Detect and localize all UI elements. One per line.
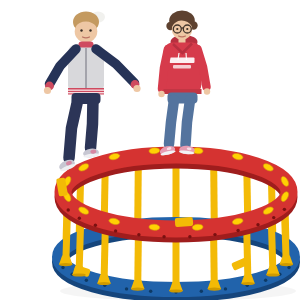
ring-hole-red — [78, 216, 81, 219]
post-base-seam — [169, 289, 183, 292]
ring-hole-red — [272, 216, 275, 219]
child-left-hand — [44, 87, 51, 94]
ring-hole-red — [67, 208, 70, 211]
child-right-hoodie-graphic — [170, 58, 195, 64]
post-base-seam — [279, 263, 293, 266]
child-left-eye — [80, 29, 82, 31]
child-left-leg-left — [69, 99, 78, 158]
ring-hole-blue — [264, 279, 267, 282]
ring-hole-red — [162, 235, 165, 238]
child-left-collar — [79, 42, 94, 48]
ring-button — [192, 224, 203, 231]
ring-hole-blue — [200, 290, 203, 293]
child-right-leg-left — [169, 100, 174, 144]
child-right-leg-right — [186, 100, 191, 145]
ring-hole-blue — [85, 279, 88, 282]
ring-hole-red — [256, 223, 259, 226]
child-left-hand — [133, 85, 140, 92]
ring-hole-red — [137, 233, 140, 236]
child-right-eye — [186, 28, 188, 30]
ring-hole-red — [94, 224, 97, 227]
post-base-seam — [266, 273, 280, 276]
child-right-hand — [204, 88, 210, 94]
post-base-seam — [131, 287, 145, 290]
ring-hole-blue — [125, 287, 128, 290]
child-right-hoodie-graphic — [173, 65, 191, 69]
post-base-seam — [72, 273, 86, 276]
ring-button — [149, 147, 160, 154]
child-left-eye — [89, 29, 91, 31]
post-base-seam — [241, 282, 255, 285]
scene-illustration — [0, 0, 300, 300]
ring-button — [149, 224, 160, 231]
ring-hole-red — [114, 229, 117, 232]
child-left — [44, 12, 141, 173]
ring-hole-blue — [61, 266, 64, 269]
child-right-eye — [176, 28, 178, 30]
post-base-seam — [59, 263, 73, 266]
post-base-seam — [208, 287, 222, 290]
ring-hole-blue — [287, 266, 290, 269]
ring-hole-red — [236, 229, 239, 232]
ring-hole-red — [188, 235, 191, 238]
post-base-seam — [97, 282, 111, 285]
ring-hole-blue — [224, 287, 227, 290]
child-left-leg-right — [91, 99, 94, 148]
ring-hole-blue — [149, 290, 152, 293]
product-photo-canvas — [0, 0, 300, 300]
child-right-hand — [158, 91, 164, 97]
ring-hole-red — [213, 233, 216, 236]
child-left-hem-stripe — [68, 90, 104, 91]
ring-connector-red — [175, 217, 194, 227]
ring-hole-red — [283, 208, 286, 211]
child-right — [158, 11, 210, 157]
